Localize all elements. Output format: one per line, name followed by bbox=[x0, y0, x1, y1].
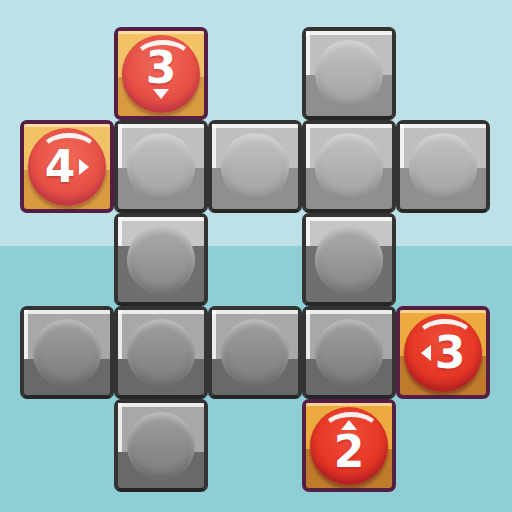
block-tile-r2c3[interactable] bbox=[302, 213, 396, 306]
tile-highlight bbox=[400, 124, 404, 168]
block-tile-r3c1[interactable] bbox=[114, 306, 208, 399]
tile-ball-icon bbox=[409, 133, 477, 201]
tile-highlight bbox=[118, 124, 122, 168]
tile-highlight bbox=[118, 217, 122, 246]
block-tile-r1c4[interactable] bbox=[396, 120, 490, 213]
clue-number: 3 bbox=[435, 333, 466, 373]
block-tile-r1c3[interactable] bbox=[302, 120, 396, 213]
tile-highlight bbox=[118, 310, 204, 314]
block-tile-r4c1[interactable] bbox=[114, 399, 208, 492]
tile-highlight bbox=[118, 310, 122, 359]
tile-highlight bbox=[400, 124, 486, 128]
tile-ball-icon bbox=[315, 40, 383, 108]
tile-ball-icon bbox=[33, 319, 101, 387]
tile-ball-icon bbox=[221, 133, 289, 201]
tile-ball-icon bbox=[127, 133, 195, 201]
clue-ball: 3 bbox=[122, 35, 200, 113]
block-tile-r3c2[interactable] bbox=[208, 306, 302, 399]
tile-ball-icon bbox=[127, 319, 195, 387]
tile-ball-icon bbox=[127, 226, 195, 294]
arrow-down-icon bbox=[153, 89, 169, 99]
tile-highlight bbox=[306, 31, 310, 75]
clue-tile-4-right[interactable]: 4 bbox=[20, 120, 114, 213]
tile-ball-icon bbox=[315, 133, 383, 201]
clue-number: 2 bbox=[334, 432, 365, 472]
tile-highlight bbox=[118, 217, 204, 221]
clue-ball: 3 bbox=[404, 314, 482, 392]
tile-highlight bbox=[212, 310, 216, 359]
block-tile-r2c1[interactable] bbox=[114, 213, 208, 306]
tile-highlight bbox=[306, 310, 310, 359]
clue-ball: 4 bbox=[28, 128, 106, 206]
clue-tile-2-up[interactable]: 2 bbox=[302, 399, 396, 492]
arrow-right-icon bbox=[79, 159, 89, 175]
tile-highlight bbox=[24, 310, 28, 359]
tile-highlight bbox=[118, 124, 204, 128]
tile-highlight bbox=[212, 310, 298, 314]
clue-number: 3 bbox=[146, 48, 177, 88]
tile-highlight bbox=[306, 124, 310, 168]
tile-highlight bbox=[118, 403, 122, 452]
tile-highlight bbox=[306, 31, 392, 35]
tile-ball-icon bbox=[221, 319, 289, 387]
arrow-left-icon bbox=[421, 345, 431, 361]
tile-highlight bbox=[306, 217, 310, 246]
block-tile-r3c3[interactable] bbox=[302, 306, 396, 399]
tile-highlight bbox=[306, 310, 392, 314]
tile-highlight bbox=[212, 124, 216, 168]
tile-highlight bbox=[24, 310, 110, 314]
tile-highlight bbox=[118, 403, 204, 407]
block-tile-r0c3[interactable] bbox=[302, 27, 396, 120]
tile-highlight bbox=[212, 124, 298, 128]
block-tile-r3c0[interactable] bbox=[20, 306, 114, 399]
block-tile-r1c1[interactable] bbox=[114, 120, 208, 213]
tile-highlight bbox=[306, 217, 392, 221]
clue-number: 4 bbox=[45, 147, 76, 187]
clue-tile-3-down[interactable]: 3 bbox=[114, 27, 208, 120]
tile-ball-icon bbox=[315, 319, 383, 387]
clue-tile-3-left[interactable]: 3 bbox=[396, 306, 490, 399]
tile-highlight bbox=[306, 124, 392, 128]
tile-ball-icon bbox=[127, 412, 195, 480]
puzzle-board: 3 4 bbox=[20, 27, 490, 492]
tile-ball-icon bbox=[315, 226, 383, 294]
game-background: 3 4 bbox=[0, 0, 512, 512]
block-tile-r1c2[interactable] bbox=[208, 120, 302, 213]
clue-ball: 2 bbox=[310, 407, 388, 485]
